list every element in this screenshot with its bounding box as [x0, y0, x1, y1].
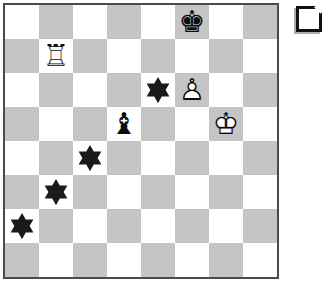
square-f3[interactable] — [175, 175, 209, 209]
square-a7[interactable] — [5, 39, 39, 73]
square-d4[interactable] — [107, 141, 141, 175]
square-e7[interactable] — [141, 39, 175, 73]
square-a6[interactable] — [5, 73, 39, 107]
square-b7[interactable]: ♜♖ — [39, 39, 73, 73]
square-f7[interactable] — [175, 39, 209, 73]
square-a3[interactable] — [5, 175, 39, 209]
square-g1[interactable] — [209, 243, 243, 277]
white-rook-piece: ♜♖ — [39, 39, 73, 73]
square-e3[interactable] — [141, 175, 175, 209]
square-b8[interactable] — [39, 5, 73, 39]
square-e5[interactable] — [141, 107, 175, 141]
square-b2[interactable] — [39, 209, 73, 243]
square-a8[interactable] — [5, 5, 39, 39]
square-h2[interactable] — [243, 209, 277, 243]
square-c6[interactable] — [73, 73, 107, 107]
square-d5[interactable]: ♝ — [107, 107, 141, 141]
square-b1[interactable] — [39, 243, 73, 277]
square-a5[interactable] — [5, 107, 39, 141]
square-e6[interactable] — [141, 73, 175, 107]
square-f5[interactable] — [175, 107, 209, 141]
star-marker-icon — [76, 144, 104, 172]
star-marker-icon — [8, 212, 36, 240]
square-e8[interactable] — [141, 5, 175, 39]
square-a1[interactable] — [5, 243, 39, 277]
square-g4[interactable] — [209, 141, 243, 175]
white-to-move-indicator-icon — [296, 6, 322, 32]
square-h3[interactable] — [243, 175, 277, 209]
square-d6[interactable] — [107, 73, 141, 107]
chess-board: ♚♜♖♟♙♝♚♔ — [3, 3, 279, 279]
square-d2[interactable] — [107, 209, 141, 243]
square-e1[interactable] — [141, 243, 175, 277]
star-marker-icon — [144, 76, 172, 104]
square-h1[interactable] — [243, 243, 277, 277]
black-bishop-piece: ♝ — [107, 107, 141, 141]
square-e2[interactable] — [141, 209, 175, 243]
square-b6[interactable] — [39, 73, 73, 107]
star-marker-icon — [42, 178, 70, 206]
square-a4[interactable] — [5, 141, 39, 175]
square-h4[interactable] — [243, 141, 277, 175]
square-c1[interactable] — [73, 243, 107, 277]
square-b3[interactable] — [39, 175, 73, 209]
white-king-piece: ♚♔ — [209, 107, 243, 141]
square-a2[interactable] — [5, 209, 39, 243]
chess-diagram-screen: ♚♜♖♟♙♝♚♔ — [0, 0, 328, 285]
square-g6[interactable] — [209, 73, 243, 107]
square-g2[interactable] — [209, 209, 243, 243]
square-g7[interactable] — [209, 39, 243, 73]
square-c5[interactable] — [73, 107, 107, 141]
square-f4[interactable] — [175, 141, 209, 175]
square-g3[interactable] — [209, 175, 243, 209]
indicator-corner-notch — [314, 1, 327, 14]
square-f6[interactable]: ♟♙ — [175, 73, 209, 107]
square-c4[interactable] — [73, 141, 107, 175]
square-h8[interactable] — [243, 5, 277, 39]
square-h6[interactable] — [243, 73, 277, 107]
square-d8[interactable] — [107, 5, 141, 39]
square-d3[interactable] — [107, 175, 141, 209]
square-f2[interactable] — [175, 209, 209, 243]
white-pawn-piece: ♟♙ — [175, 73, 209, 107]
square-h7[interactable] — [243, 39, 277, 73]
square-f1[interactable] — [175, 243, 209, 277]
square-c2[interactable] — [73, 209, 107, 243]
black-king-piece: ♚ — [175, 5, 209, 39]
square-h5[interactable] — [243, 107, 277, 141]
square-d1[interactable] — [107, 243, 141, 277]
square-c8[interactable] — [73, 5, 107, 39]
square-g5[interactable]: ♚♔ — [209, 107, 243, 141]
square-d7[interactable] — [107, 39, 141, 73]
square-b4[interactable] — [39, 141, 73, 175]
square-f8[interactable]: ♚ — [175, 5, 209, 39]
square-c3[interactable] — [73, 175, 107, 209]
square-g8[interactable] — [209, 5, 243, 39]
square-c7[interactable] — [73, 39, 107, 73]
square-b5[interactable] — [39, 107, 73, 141]
square-e4[interactable] — [141, 141, 175, 175]
